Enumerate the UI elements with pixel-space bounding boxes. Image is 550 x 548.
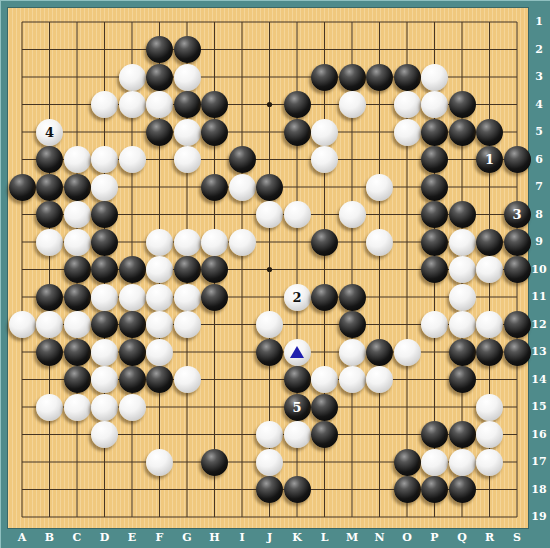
white-stone-C9[interactable] <box>64 229 91 256</box>
black-stone-B8[interactable] <box>36 201 63 228</box>
row-label-8: 8 <box>528 208 550 221</box>
white-stone-D11[interactable] <box>91 284 118 311</box>
black-stone-B7[interactable] <box>36 174 63 201</box>
column-label-M: M <box>342 531 362 544</box>
column-label-P: P <box>425 531 445 544</box>
column-label-C: C <box>67 531 87 544</box>
column-label-L: L <box>315 531 335 544</box>
white-stone-N7[interactable] <box>366 174 393 201</box>
row-label-18: 18 <box>528 483 550 496</box>
black-stone-P5[interactable] <box>421 119 448 146</box>
white-stone-R10[interactable] <box>476 256 503 283</box>
black-stone-S12[interactable] <box>504 311 531 338</box>
black-stone-F5[interactable] <box>146 119 173 146</box>
white-stone-F10[interactable] <box>146 256 173 283</box>
column-label-O: O <box>397 531 417 544</box>
row-label-14: 14 <box>528 373 550 386</box>
black-stone-K15[interactable]: 5 <box>284 394 311 421</box>
white-stone-K11[interactable]: 2 <box>284 284 311 311</box>
black-stone-Q8[interactable] <box>449 201 476 228</box>
black-stone-M3[interactable] <box>339 64 366 91</box>
triangle-marker-icon <box>290 346 304 358</box>
move-number-4: 4 <box>45 126 54 139</box>
column-label-H: H <box>205 531 225 544</box>
column-label-A: A <box>12 531 32 544</box>
black-stone-D9[interactable] <box>91 229 118 256</box>
black-stone-S6[interactable] <box>504 146 531 173</box>
white-stone-M14[interactable] <box>339 366 366 393</box>
white-stone-D14[interactable] <box>91 366 118 393</box>
column-label-S: S <box>507 531 527 544</box>
black-stone-L9[interactable] <box>311 229 338 256</box>
white-stone-J16[interactable] <box>256 421 283 448</box>
white-stone-I7[interactable] <box>229 174 256 201</box>
black-stone-Q5[interactable] <box>449 119 476 146</box>
white-stone-J8[interactable] <box>256 201 283 228</box>
black-stone-I6[interactable] <box>229 146 256 173</box>
row-label-11: 11 <box>528 290 550 303</box>
row-label-5: 5 <box>528 125 550 138</box>
black-stone-N13[interactable] <box>366 339 393 366</box>
column-label-D: D <box>95 531 115 544</box>
white-stone-D4[interactable] <box>91 91 118 118</box>
black-stone-Q14[interactable] <box>449 366 476 393</box>
black-stone-B13[interactable] <box>36 339 63 366</box>
white-stone-F9[interactable] <box>146 229 173 256</box>
black-stone-L15[interactable] <box>311 394 338 421</box>
row-label-12: 12 <box>528 318 550 331</box>
black-stone-R9[interactable] <box>476 229 503 256</box>
go-board-window: 41325 ABCDEFGHIJKLMNOPQRS 12345678910111… <box>0 0 550 548</box>
white-stone-G5[interactable] <box>174 119 201 146</box>
black-stone-F14[interactable] <box>146 366 173 393</box>
black-stone-O18[interactable] <box>394 476 421 503</box>
white-stone-C8[interactable] <box>64 201 91 228</box>
white-stone-B15[interactable] <box>36 394 63 421</box>
white-stone-P4[interactable] <box>421 91 448 118</box>
white-stone-F11[interactable] <box>146 284 173 311</box>
black-stone-P9[interactable] <box>421 229 448 256</box>
go-board[interactable]: 41325 <box>8 8 528 528</box>
white-stone-F13[interactable] <box>146 339 173 366</box>
row-label-2: 2 <box>528 43 550 56</box>
black-stone-J13[interactable] <box>256 339 283 366</box>
black-stone-L16[interactable] <box>311 421 338 448</box>
white-stone-K8[interactable] <box>284 201 311 228</box>
black-stone-O17[interactable] <box>394 449 421 476</box>
white-stone-J17[interactable] <box>256 449 283 476</box>
column-label-G: G <box>177 531 197 544</box>
column-label-R: R <box>480 531 500 544</box>
white-stone-Q17[interactable] <box>449 449 476 476</box>
black-stone-C14[interactable] <box>64 366 91 393</box>
white-stone-Q11[interactable] <box>449 284 476 311</box>
black-stone-E10[interactable] <box>119 256 146 283</box>
white-stone-H9[interactable] <box>201 229 228 256</box>
black-stone-P18[interactable] <box>421 476 448 503</box>
black-stone-H11[interactable] <box>201 284 228 311</box>
white-stone-D16[interactable] <box>91 421 118 448</box>
black-stone-F2[interactable] <box>146 36 173 63</box>
white-stone-F17[interactable] <box>146 449 173 476</box>
column-label-Q: Q <box>452 531 472 544</box>
black-stone-R5[interactable] <box>476 119 503 146</box>
white-stone-M4[interactable] <box>339 91 366 118</box>
white-stone-E4[interactable] <box>119 91 146 118</box>
white-stone-I9[interactable] <box>229 229 256 256</box>
black-stone-Q16[interactable] <box>449 421 476 448</box>
white-stone-G11[interactable] <box>174 284 201 311</box>
white-stone-P3[interactable] <box>421 64 448 91</box>
black-stone-B11[interactable] <box>36 284 63 311</box>
black-stone-E12[interactable] <box>119 311 146 338</box>
move-number-5: 5 <box>292 401 301 414</box>
white-stone-E15[interactable] <box>119 394 146 421</box>
white-stone-R15[interactable] <box>476 394 503 421</box>
star-point-J4 <box>267 102 272 107</box>
white-stone-D6[interactable] <box>91 146 118 173</box>
white-stone-N9[interactable] <box>366 229 393 256</box>
black-stone-L3[interactable] <box>311 64 338 91</box>
white-stone-M8[interactable] <box>339 201 366 228</box>
black-stone-P10[interactable] <box>421 256 448 283</box>
white-stone-P17[interactable] <box>421 449 448 476</box>
black-stone-R13[interactable] <box>476 339 503 366</box>
black-stone-S8[interactable]: 3 <box>504 201 531 228</box>
black-stone-N3[interactable] <box>366 64 393 91</box>
column-label-F: F <box>150 531 170 544</box>
white-stone-G6[interactable] <box>174 146 201 173</box>
white-stone-C12[interactable] <box>64 311 91 338</box>
black-stone-F3[interactable] <box>146 64 173 91</box>
move-number-1: 1 <box>485 153 494 166</box>
star-point-J10 <box>267 267 272 272</box>
black-stone-H5[interactable] <box>201 119 228 146</box>
black-stone-D12[interactable] <box>91 311 118 338</box>
row-label-9: 9 <box>528 235 550 248</box>
black-stone-H7[interactable] <box>201 174 228 201</box>
white-stone-G14[interactable] <box>174 366 201 393</box>
black-stone-H4[interactable] <box>201 91 228 118</box>
white-stone-B5[interactable]: 4 <box>36 119 63 146</box>
black-stone-Q4[interactable] <box>449 91 476 118</box>
black-stone-D8[interactable] <box>91 201 118 228</box>
row-label-4: 4 <box>528 98 550 111</box>
column-label-N: N <box>370 531 390 544</box>
white-stone-Q12[interactable] <box>449 311 476 338</box>
black-stone-C13[interactable] <box>64 339 91 366</box>
white-stone-O4[interactable] <box>394 91 421 118</box>
white-stone-L6[interactable] <box>311 146 338 173</box>
white-stone-B9[interactable] <box>36 229 63 256</box>
black-stone-Q18[interactable] <box>449 476 476 503</box>
white-stone-J12[interactable] <box>256 311 283 338</box>
white-stone-O5[interactable] <box>394 119 421 146</box>
black-stone-M12[interactable] <box>339 311 366 338</box>
row-label-6: 6 <box>528 153 550 166</box>
white-stone-O13[interactable] <box>394 339 421 366</box>
move-number-2: 2 <box>292 291 301 304</box>
white-stone-G12[interactable] <box>174 311 201 338</box>
white-stone-F12[interactable] <box>146 311 173 338</box>
white-stone-B12[interactable] <box>36 311 63 338</box>
row-label-17: 17 <box>528 455 550 468</box>
black-stone-K4[interactable] <box>284 91 311 118</box>
white-stone-K13[interactable] <box>284 339 311 366</box>
black-stone-J18[interactable] <box>256 476 283 503</box>
black-stone-S9[interactable] <box>504 229 531 256</box>
row-label-7: 7 <box>528 180 550 193</box>
black-stone-A7[interactable] <box>9 174 36 201</box>
black-stone-P6[interactable] <box>421 146 448 173</box>
black-stone-C11[interactable] <box>64 284 91 311</box>
black-stone-G2[interactable] <box>174 36 201 63</box>
column-label-J: J <box>260 531 280 544</box>
black-stone-P8[interactable] <box>421 201 448 228</box>
white-stone-E6[interactable] <box>119 146 146 173</box>
row-label-1: 1 <box>528 15 550 28</box>
row-label-3: 3 <box>528 70 550 83</box>
white-stone-A12[interactable] <box>9 311 36 338</box>
white-stone-G9[interactable] <box>174 229 201 256</box>
black-stone-P7[interactable] <box>421 174 448 201</box>
black-stone-R6[interactable]: 1 <box>476 146 503 173</box>
white-stone-P12[interactable] <box>421 311 448 338</box>
column-label-I: I <box>232 531 252 544</box>
black-stone-K14[interactable] <box>284 366 311 393</box>
white-stone-F4[interactable] <box>146 91 173 118</box>
white-stone-D7[interactable] <box>91 174 118 201</box>
white-stone-K16[interactable] <box>284 421 311 448</box>
white-stone-C6[interactable] <box>64 146 91 173</box>
black-stone-E13[interactable] <box>119 339 146 366</box>
row-label-13: 13 <box>528 345 550 358</box>
white-stone-R17[interactable] <box>476 449 503 476</box>
white-stone-N14[interactable] <box>366 366 393 393</box>
black-stone-C10[interactable] <box>64 256 91 283</box>
black-stone-O3[interactable] <box>394 64 421 91</box>
white-stone-E11[interactable] <box>119 284 146 311</box>
black-stone-G4[interactable] <box>174 91 201 118</box>
black-stone-L11[interactable] <box>311 284 338 311</box>
white-stone-R12[interactable] <box>476 311 503 338</box>
move-number-3: 3 <box>512 208 521 221</box>
white-stone-Q9[interactable] <box>449 229 476 256</box>
black-stone-B6[interactable] <box>36 146 63 173</box>
black-stone-M11[interactable] <box>339 284 366 311</box>
black-stone-Q13[interactable] <box>449 339 476 366</box>
white-stone-R16[interactable] <box>476 421 503 448</box>
row-label-15: 15 <box>528 400 550 413</box>
black-stone-C7[interactable] <box>64 174 91 201</box>
black-stone-J7[interactable] <box>256 174 283 201</box>
black-stone-H10[interactable] <box>201 256 228 283</box>
column-label-K: K <box>287 531 307 544</box>
black-stone-S13[interactable] <box>504 339 531 366</box>
black-stone-E14[interactable] <box>119 366 146 393</box>
white-stone-M13[interactable] <box>339 339 366 366</box>
black-stone-K5[interactable] <box>284 119 311 146</box>
white-stone-Q10[interactable] <box>449 256 476 283</box>
row-label-16: 16 <box>528 428 550 441</box>
row-label-10: 10 <box>528 263 550 276</box>
black-stone-G10[interactable] <box>174 256 201 283</box>
white-stone-D15[interactable] <box>91 394 118 421</box>
black-stone-K18[interactable] <box>284 476 311 503</box>
black-stone-H17[interactable] <box>201 449 228 476</box>
white-stone-G3[interactable] <box>174 64 201 91</box>
black-stone-S10[interactable] <box>504 256 531 283</box>
black-stone-P16[interactable] <box>421 421 448 448</box>
white-stone-C15[interactable] <box>64 394 91 421</box>
row-label-19: 19 <box>528 510 550 523</box>
white-stone-E3[interactable] <box>119 64 146 91</box>
white-stone-L14[interactable] <box>311 366 338 393</box>
white-stone-L5[interactable] <box>311 119 338 146</box>
column-label-B: B <box>40 531 60 544</box>
black-stone-D10[interactable] <box>91 256 118 283</box>
column-label-E: E <box>122 531 142 544</box>
white-stone-D13[interactable] <box>91 339 118 366</box>
